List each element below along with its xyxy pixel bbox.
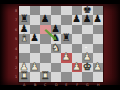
square-c7[interactable]: ♟ [40,15,51,25]
square-c4[interactable] [40,44,51,54]
black-pawn-c7[interactable]: ♟ [40,14,51,25]
square-h7[interactable]: ♟ [93,15,104,25]
square-c5[interactable] [40,34,51,44]
rank-label-6: 6 [13,28,18,31]
rank-label-5: 5 [13,37,18,40]
square-e3[interactable]: ♟ [61,53,72,63]
square-c3[interactable] [40,53,51,63]
file-label-h: H [95,83,101,86]
square-a1[interactable]: ♜ [19,72,30,82]
square-c6[interactable] [40,25,51,35]
square-c1[interactable]: ♜ [40,72,51,82]
square-b5[interactable]: ♟ [30,34,41,44]
rank-label-7: 7 [13,18,18,21]
square-f4[interactable] [72,44,83,54]
square-a4[interactable] [19,44,30,54]
rank-label-1: 1 [13,75,18,78]
black-pawn-g7[interactable]: ♟ [82,14,93,25]
square-f2[interactable]: ♟ [72,63,83,73]
square-f6[interactable] [72,25,83,35]
square-e8[interactable] [61,6,72,16]
square-b4[interactable] [30,44,41,54]
file-label-g: G [84,83,90,86]
square-a5[interactable]: ♝ [19,34,30,44]
square-b1[interactable] [30,72,41,82]
square-f7[interactable]: ♟ [72,15,83,25]
white-bishop-a5[interactable]: ♝ [19,33,30,44]
square-g2[interactable]: ♚ [82,63,93,73]
black-rook-e5[interactable]: ♜ [61,33,72,44]
video-frame: ♚♜♟♟♟♟♟♟♝♟♞♜♞♟♟♟♟♟♚♟♜♜ 87654321ABCDEFGH [0,0,120,90]
black-pawn-b5[interactable]: ♟ [30,33,41,44]
square-h2[interactable]: ♟ [93,63,104,73]
rank-label-4: 4 [13,47,18,50]
file-label-b: B [32,83,38,86]
file-label-a: A [21,83,27,86]
square-f1[interactable] [72,72,83,82]
letterbox-bar-top [0,0,120,4]
chess-board[interactable]: ♚♜♟♟♟♟♟♟♝♟♞♜♞♟♟♟♟♟♚♟♜♜ [19,6,103,82]
file-label-f: F [74,83,80,86]
square-h4[interactable] [93,44,104,54]
file-label-e: E [63,83,69,86]
square-d1[interactable] [51,72,62,82]
white-rook-c1[interactable]: ♜ [40,71,51,82]
white-king-g2[interactable]: ♚ [82,62,93,73]
white-knight-d4[interactable]: ♞ [51,43,62,54]
square-d3[interactable] [51,53,62,63]
white-pawn-e3[interactable]: ♟ [61,52,72,63]
square-e7[interactable] [61,15,72,25]
rank-label-2: 2 [13,66,18,69]
square-h6[interactable] [93,25,104,35]
square-d4[interactable]: ♞ [51,44,62,54]
square-g7[interactable]: ♟ [82,15,93,25]
square-h5[interactable] [93,34,104,44]
square-d2[interactable] [51,63,62,73]
square-b2[interactable]: ♟ [30,63,41,73]
file-label-c: C [42,83,48,86]
square-b7[interactable] [30,15,41,25]
square-e5[interactable]: ♜ [61,34,72,44]
square-f5[interactable] [72,34,83,44]
square-g1[interactable] [82,72,93,82]
file-label-d: D [53,83,59,86]
rank-label-8: 8 [13,9,18,12]
black-pawn-f7[interactable]: ♟ [72,14,83,25]
black-pawn-h7[interactable]: ♟ [93,14,104,25]
square-e2[interactable] [61,63,72,73]
square-d8[interactable] [51,6,62,16]
white-pawn-b2[interactable]: ♟ [30,62,41,73]
square-e1[interactable] [61,72,72,82]
rank-label-3: 3 [13,56,18,59]
white-pawn-f2[interactable]: ♟ [72,62,83,73]
letterbox-bar-bottom [0,85,120,90]
white-rook-a1[interactable]: ♜ [19,71,30,82]
square-h1[interactable] [93,72,104,82]
white-pawn-h2[interactable]: ♟ [93,62,104,73]
square-g6[interactable] [82,25,93,35]
square-b8[interactable] [30,6,41,16]
square-g5[interactable] [82,34,93,44]
